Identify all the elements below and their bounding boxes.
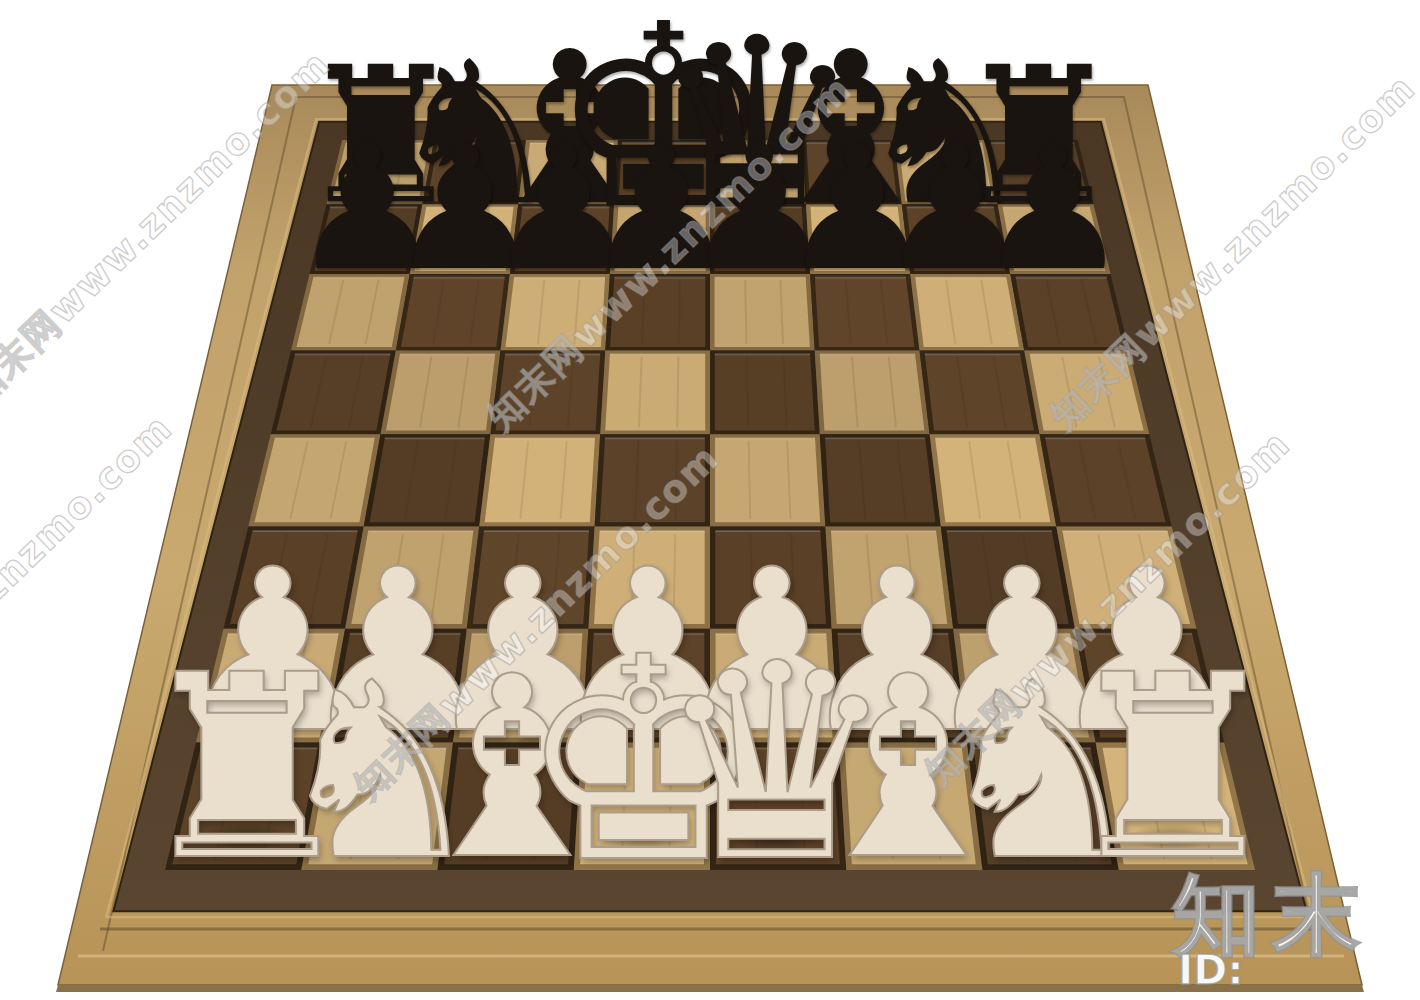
square <box>308 748 446 864</box>
square <box>506 278 606 348</box>
square <box>473 531 589 624</box>
square <box>515 207 610 271</box>
square <box>715 278 810 348</box>
wood-grain-line <box>677 357 678 427</box>
chess-render-scene: ♜♞♝♚♛♝♞♜♟♟♟♟♟♟♟♟♟♟♟♟♟♟♟♟♜♞♝♚♛♝♞♜ 知末网www.… <box>0 0 1420 1000</box>
square <box>825 438 935 522</box>
square <box>960 634 1090 738</box>
square <box>907 207 1006 271</box>
square <box>297 278 405 348</box>
square <box>427 143 521 201</box>
square <box>415 207 514 271</box>
square <box>386 354 495 430</box>
square <box>351 531 473 624</box>
square <box>716 634 833 738</box>
square <box>600 438 705 522</box>
square <box>254 438 374 522</box>
wood-grain-line <box>679 280 680 344</box>
square <box>619 143 706 201</box>
square <box>496 354 601 430</box>
square <box>370 438 485 522</box>
square <box>1062 531 1190 624</box>
square <box>580 748 704 864</box>
square <box>820 354 925 430</box>
square <box>715 354 815 430</box>
square <box>605 354 705 430</box>
square <box>991 143 1089 201</box>
square <box>947 531 1069 624</box>
square <box>523 143 614 201</box>
square <box>815 278 915 348</box>
square <box>315 207 418 271</box>
wood-grain-line <box>676 441 677 519</box>
square <box>1030 354 1144 430</box>
square <box>1003 207 1106 271</box>
square <box>899 143 993 201</box>
square <box>331 143 429 201</box>
square <box>714 143 801 201</box>
square <box>915 278 1019 348</box>
square <box>230 531 358 624</box>
wood-grain-line <box>744 210 745 269</box>
square <box>925 354 1034 430</box>
square <box>806 143 897 201</box>
wood-grain-line <box>680 210 681 269</box>
square <box>811 207 906 271</box>
square <box>331 634 461 738</box>
square <box>1045 438 1165 522</box>
square <box>459 634 582 738</box>
square <box>838 634 961 738</box>
square <box>935 438 1050 522</box>
square <box>831 531 947 624</box>
board-edge <box>56 985 1364 992</box>
square <box>716 748 840 864</box>
square <box>714 207 805 271</box>
square <box>615 207 706 271</box>
square <box>401 278 505 348</box>
square <box>485 438 595 522</box>
square <box>845 748 976 864</box>
wood-grain-line <box>742 145 743 199</box>
wood-grain-line <box>681 145 682 199</box>
square <box>610 278 705 348</box>
square <box>715 438 820 522</box>
chess-board <box>0 0 1420 1000</box>
square <box>444 748 575 864</box>
square <box>974 748 1112 864</box>
square <box>594 531 705 624</box>
squares-layer <box>165 140 1255 870</box>
square <box>276 354 390 430</box>
wood-grain-line <box>745 280 746 344</box>
square <box>587 634 704 738</box>
square <box>1016 278 1124 348</box>
square <box>715 531 826 624</box>
